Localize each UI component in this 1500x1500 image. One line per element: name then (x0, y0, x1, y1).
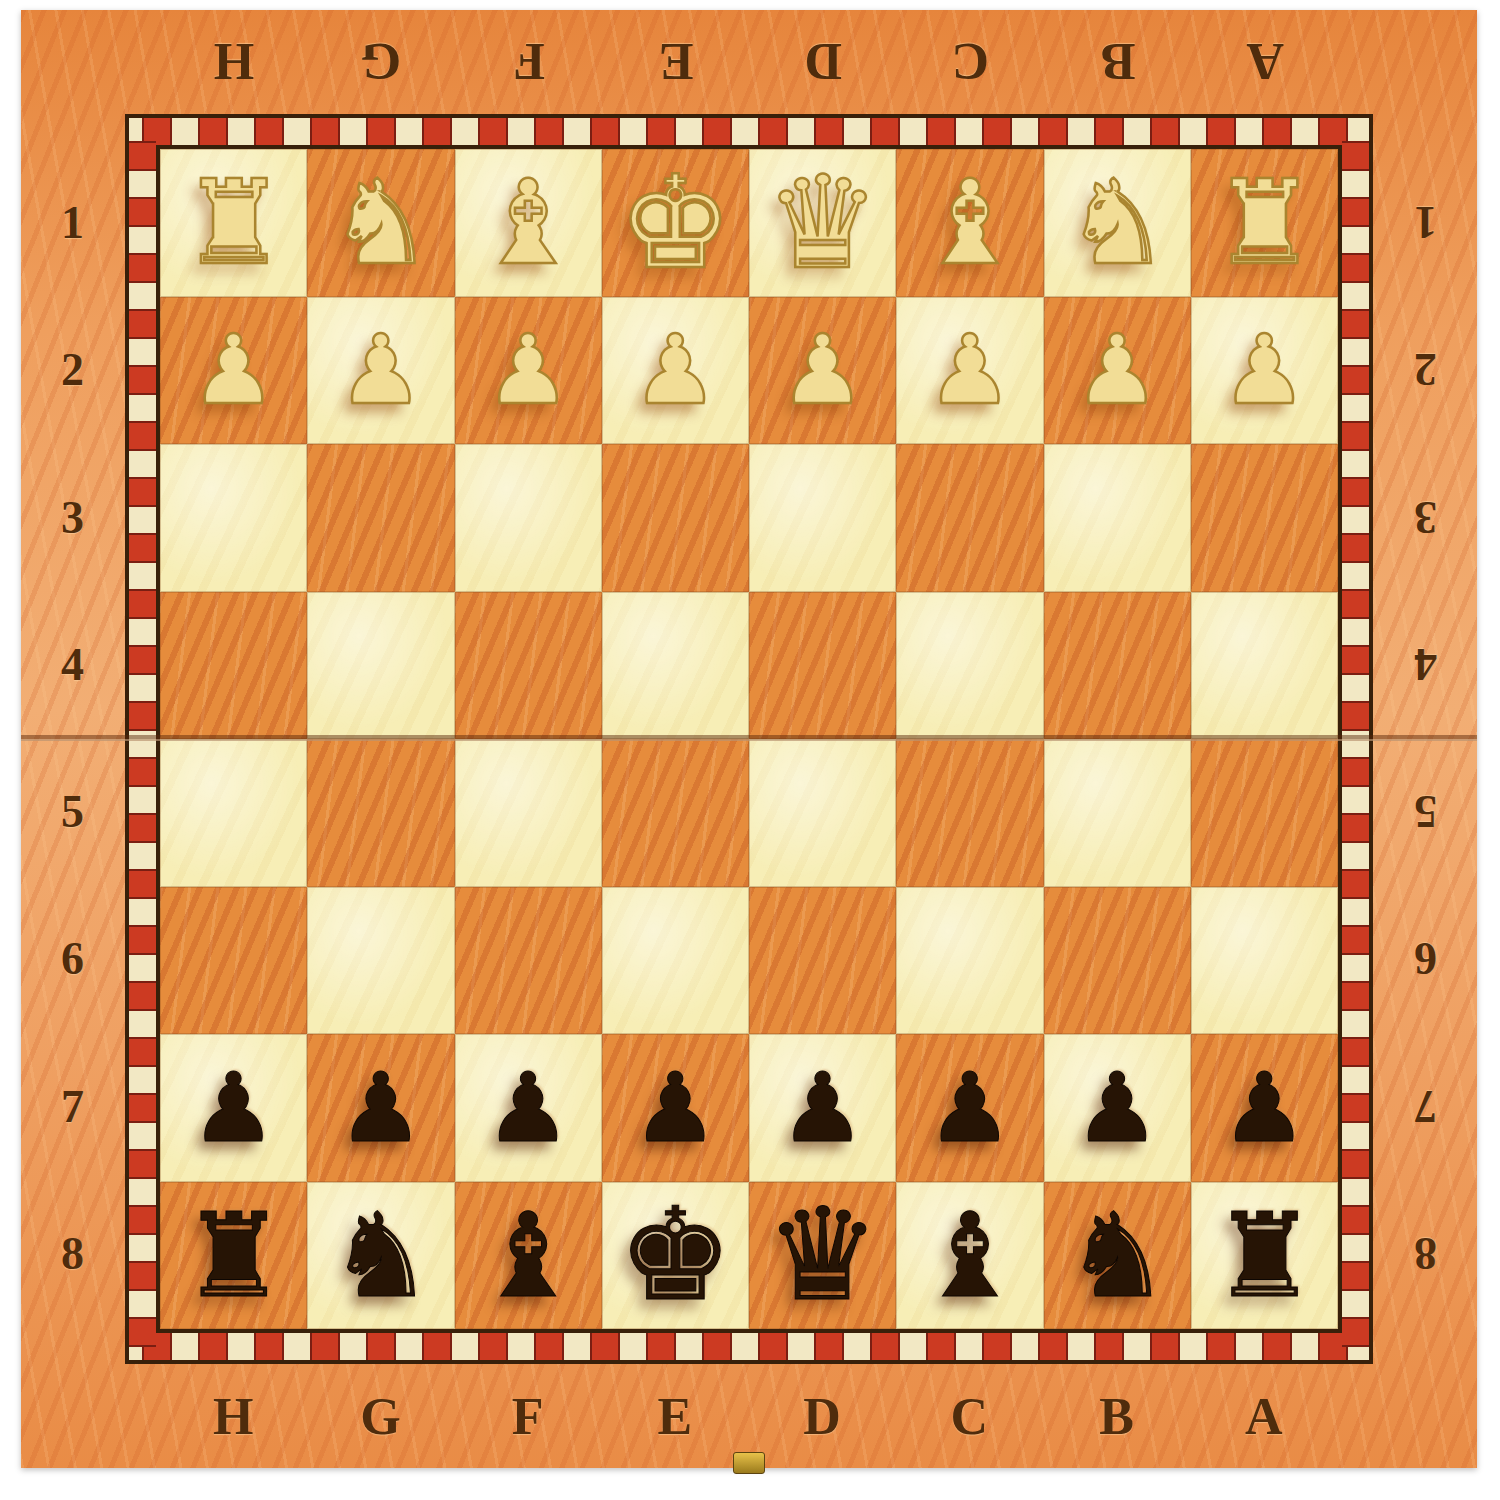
square-b7[interactable]: ♟ (1044, 1034, 1191, 1182)
square-g6[interactable] (307, 887, 454, 1035)
file-label-E: E (602, 10, 749, 114)
piece-white-pawn: ♟ (1221, 322, 1307, 418)
piece-white-knight: ♞ (328, 164, 433, 281)
square-d5[interactable] (749, 739, 896, 887)
rank-label-5: 5 (21, 738, 125, 885)
square-h7[interactable]: ♟ (160, 1034, 307, 1182)
rank-label-1: 1 (21, 149, 125, 296)
square-a1[interactable]: ♜ (1191, 149, 1338, 297)
square-g7[interactable]: ♟ (307, 1034, 454, 1182)
piece-black-pawn: ♟ (1074, 1060, 1160, 1156)
square-f1[interactable]: ♝ (455, 149, 602, 297)
rank-label-8: 8 (1373, 1180, 1477, 1327)
file-labels-top: HGFEDCBA (160, 10, 1338, 114)
square-b1[interactable]: ♞ (1044, 149, 1191, 297)
file-label-C: C (896, 1364, 1043, 1468)
square-g5[interactable] (307, 739, 454, 887)
square-b3[interactable] (1044, 444, 1191, 592)
square-g3[interactable] (307, 444, 454, 592)
square-f5[interactable] (455, 739, 602, 887)
square-c2[interactable]: ♟ (896, 297, 1043, 445)
square-e4[interactable] (602, 592, 749, 740)
piece-black-bishop: ♝ (476, 1197, 581, 1314)
file-label-H: H (160, 1364, 307, 1468)
square-b5[interactable] (1044, 739, 1191, 887)
chess-board: HGFEDCBA HGFEDCBA 12345678 12345678 ♜♞♝♚… (21, 10, 1477, 1468)
square-b2[interactable]: ♟ (1044, 297, 1191, 445)
file-label-C: C (896, 10, 1043, 114)
file-label-A: A (1191, 10, 1338, 114)
rank-label-1: 1 (1373, 149, 1477, 296)
square-e3[interactable] (602, 444, 749, 592)
file-label-F: F (455, 1364, 602, 1468)
piece-black-pawn: ♟ (780, 1060, 866, 1156)
border-dash-strip-top (129, 118, 1369, 145)
square-g2[interactable]: ♟ (307, 297, 454, 445)
piece-black-pawn: ♟ (927, 1060, 1013, 1156)
piece-black-pawn: ♟ (338, 1060, 424, 1156)
piece-black-bishop: ♝ (917, 1197, 1022, 1314)
piece-white-rook: ♜ (181, 164, 286, 281)
square-a8[interactable]: ♜ (1191, 1182, 1338, 1330)
piece-white-bishop: ♝ (476, 164, 581, 281)
square-e8[interactable]: ♚ (602, 1182, 749, 1330)
piece-white-bishop: ♝ (917, 164, 1022, 281)
square-c4[interactable] (896, 592, 1043, 740)
rank-label-4: 4 (21, 591, 125, 738)
file-label-B: B (1044, 1364, 1191, 1468)
piece-black-knight: ♞ (328, 1197, 433, 1314)
rank-label-3: 3 (1373, 444, 1477, 591)
square-f6[interactable] (455, 887, 602, 1035)
square-e5[interactable] (602, 739, 749, 887)
file-label-A: A (1191, 1364, 1338, 1468)
file-label-G: G (307, 10, 454, 114)
square-b6[interactable] (1044, 887, 1191, 1035)
piece-black-rook: ♜ (1212, 1197, 1317, 1314)
square-h3[interactable] (160, 444, 307, 592)
square-g8[interactable]: ♞ (307, 1182, 454, 1330)
square-f3[interactable] (455, 444, 602, 592)
square-h2[interactable]: ♟ (160, 297, 307, 445)
piece-black-pawn: ♟ (1221, 1060, 1307, 1156)
square-d3[interactable] (749, 444, 896, 592)
square-b8[interactable]: ♞ (1044, 1182, 1191, 1330)
square-d4[interactable] (749, 592, 896, 740)
square-f7[interactable]: ♟ (455, 1034, 602, 1182)
file-label-D: D (749, 1364, 896, 1468)
square-d8[interactable]: ♛ (749, 1182, 896, 1330)
square-e1[interactable]: ♚ (602, 149, 749, 297)
square-c5[interactable] (896, 739, 1043, 887)
square-h1[interactable]: ♜ (160, 149, 307, 297)
square-a4[interactable] (1191, 592, 1338, 740)
square-a6[interactable] (1191, 887, 1338, 1035)
piece-white-queen: ♛ (765, 159, 880, 287)
piece-black-pawn: ♟ (632, 1060, 718, 1156)
piece-black-knight: ♞ (1065, 1197, 1170, 1314)
square-g4[interactable] (307, 592, 454, 740)
rank-label-6: 6 (1373, 885, 1477, 1032)
file-label-E: E (602, 1364, 749, 1468)
file-label-G: G (307, 1364, 454, 1468)
piece-black-pawn: ♟ (191, 1060, 277, 1156)
border-dash-strip-bottom (129, 1333, 1369, 1360)
square-b4[interactable] (1044, 592, 1191, 740)
file-label-H: H (160, 10, 307, 114)
rank-label-5: 5 (1373, 738, 1477, 885)
file-label-F: F (455, 10, 602, 114)
square-a7[interactable]: ♟ (1191, 1034, 1338, 1182)
piece-black-rook: ♜ (181, 1197, 286, 1314)
square-f2[interactable]: ♟ (455, 297, 602, 445)
piece-black-queen: ♛ (765, 1191, 880, 1319)
rank-label-7: 7 (1373, 1033, 1477, 1180)
square-c7[interactable]: ♟ (896, 1034, 1043, 1182)
square-h8[interactable]: ♜ (160, 1182, 307, 1330)
square-h4[interactable] (160, 592, 307, 740)
square-a3[interactable] (1191, 444, 1338, 592)
rank-label-6: 6 (21, 885, 125, 1032)
square-e2[interactable]: ♟ (602, 297, 749, 445)
square-e7[interactable]: ♟ (602, 1034, 749, 1182)
square-a2[interactable]: ♟ (1191, 297, 1338, 445)
square-c1[interactable]: ♝ (896, 149, 1043, 297)
square-f8[interactable]: ♝ (455, 1182, 602, 1330)
file-label-B: B (1044, 10, 1191, 114)
rank-label-7: 7 (21, 1033, 125, 1180)
piece-white-pawn: ♟ (338, 322, 424, 418)
square-g1[interactable]: ♞ (307, 149, 454, 297)
board-photo: HGFEDCBA HGFEDCBA 12345678 12345678 ♜♞♝♚… (0, 0, 1500, 1500)
file-label-D: D (749, 10, 896, 114)
square-e6[interactable] (602, 887, 749, 1035)
square-d7[interactable]: ♟ (749, 1034, 896, 1182)
rank-label-2: 2 (1373, 296, 1477, 443)
square-d6[interactable] (749, 887, 896, 1035)
fold-seam (21, 735, 1477, 741)
piece-white-pawn: ♟ (780, 322, 866, 418)
square-d2[interactable]: ♟ (749, 297, 896, 445)
piece-black-king: ♚ (618, 1191, 733, 1319)
square-h5[interactable] (160, 739, 307, 887)
square-f4[interactable] (455, 592, 602, 740)
piece-white-rook: ♜ (1212, 164, 1317, 281)
piece-white-pawn: ♟ (191, 322, 277, 418)
square-h6[interactable] (160, 887, 307, 1035)
square-d1[interactable]: ♛ (749, 149, 896, 297)
piece-white-pawn: ♟ (927, 322, 1013, 418)
piece-white-knight: ♞ (1065, 164, 1170, 281)
brass-clasp-icon (733, 1452, 765, 1474)
piece-black-pawn: ♟ (485, 1060, 571, 1156)
piece-white-king: ♚ (618, 159, 733, 287)
square-c6[interactable] (896, 887, 1043, 1035)
rank-label-2: 2 (21, 296, 125, 443)
rank-label-3: 3 (21, 444, 125, 591)
piece-white-pawn: ♟ (632, 322, 718, 418)
rank-label-4: 4 (1373, 591, 1477, 738)
square-c3[interactable] (896, 444, 1043, 592)
rank-label-8: 8 (21, 1180, 125, 1327)
piece-white-pawn: ♟ (1074, 322, 1160, 418)
square-c8[interactable]: ♝ (896, 1182, 1043, 1330)
piece-white-pawn: ♟ (485, 322, 571, 418)
square-a5[interactable] (1191, 739, 1338, 887)
